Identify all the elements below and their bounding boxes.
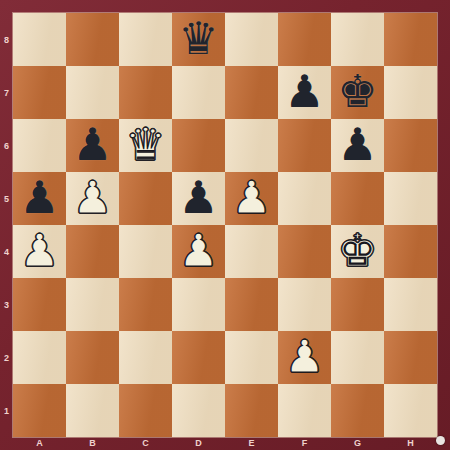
white-pawn[interactable]: ♟ (284, 334, 324, 379)
square-g4[interactable]: ♚ (331, 225, 384, 278)
square-b5[interactable]: ♟ (66, 172, 119, 225)
square-f5[interactable] (278, 172, 331, 225)
rank-label-2: 2 (0, 331, 13, 384)
square-e7[interactable] (225, 66, 278, 119)
square-g7[interactable]: ♚ (331, 66, 384, 119)
square-g2[interactable] (331, 331, 384, 384)
square-g5[interactable] (331, 172, 384, 225)
white-pawn[interactable]: ♟ (231, 175, 271, 220)
square-e8[interactable] (225, 13, 278, 66)
square-a5[interactable]: ♟ (13, 172, 66, 225)
square-e4[interactable] (225, 225, 278, 278)
square-b1[interactable] (66, 384, 119, 437)
square-b4[interactable] (66, 225, 119, 278)
white-pawn[interactable]: ♟ (72, 175, 112, 220)
square-f7[interactable]: ♟ (278, 66, 331, 119)
square-a2[interactable] (13, 331, 66, 384)
square-e3[interactable] (225, 278, 278, 331)
square-g8[interactable] (331, 13, 384, 66)
square-g6[interactable]: ♟ (331, 119, 384, 172)
square-c6[interactable]: ♛ (119, 119, 172, 172)
square-h8[interactable] (384, 13, 437, 66)
square-e1[interactable] (225, 384, 278, 437)
square-g1[interactable] (331, 384, 384, 437)
square-a7[interactable] (13, 66, 66, 119)
rank-label-3: 3 (0, 278, 13, 331)
square-g3[interactable] (331, 278, 384, 331)
square-f6[interactable] (278, 119, 331, 172)
square-a3[interactable] (13, 278, 66, 331)
file-label-h: H (384, 436, 437, 450)
file-label-g: G (331, 436, 384, 450)
file-label-e: E (225, 436, 278, 450)
white-king[interactable]: ♚ (337, 228, 377, 273)
file-labels: ABCDEFGH (13, 436, 437, 450)
chess-board: ♛♟♚♟♛♟♟♟♟♟♟♟♚♟ (13, 13, 437, 437)
square-c5[interactable] (119, 172, 172, 225)
square-f2[interactable]: ♟ (278, 331, 331, 384)
file-label-d: D (172, 436, 225, 450)
square-e2[interactable] (225, 331, 278, 384)
file-label-b: B (66, 436, 119, 450)
square-c3[interactable] (119, 278, 172, 331)
black-queen[interactable]: ♛ (178, 16, 218, 61)
square-a8[interactable] (13, 13, 66, 66)
square-d8[interactable]: ♛ (172, 13, 225, 66)
square-a6[interactable] (13, 119, 66, 172)
rank-label-8: 8 (0, 13, 13, 66)
square-b3[interactable] (66, 278, 119, 331)
square-f1[interactable] (278, 384, 331, 437)
square-d5[interactable]: ♟ (172, 172, 225, 225)
rank-label-7: 7 (0, 66, 13, 119)
black-pawn[interactable]: ♟ (284, 69, 324, 114)
square-a1[interactable] (13, 384, 66, 437)
rank-label-4: 4 (0, 225, 13, 278)
rank-label-6: 6 (0, 119, 13, 172)
square-d7[interactable] (172, 66, 225, 119)
black-pawn[interactable]: ♟ (178, 175, 218, 220)
square-h5[interactable] (384, 172, 437, 225)
black-pawn[interactable]: ♟ (19, 175, 59, 220)
square-e5[interactable]: ♟ (225, 172, 278, 225)
white-pawn[interactable]: ♟ (19, 228, 59, 273)
rank-labels: 87654321 (0, 13, 13, 437)
black-pawn[interactable]: ♟ (337, 122, 377, 167)
square-c7[interactable] (119, 66, 172, 119)
square-h6[interactable] (384, 119, 437, 172)
square-f8[interactable] (278, 13, 331, 66)
square-f4[interactable] (278, 225, 331, 278)
white-to-move-dot (436, 436, 445, 445)
square-d1[interactable] (172, 384, 225, 437)
square-c2[interactable] (119, 331, 172, 384)
chess-diagram: ♛♟♚♟♛♟♟♟♟♟♟♟♚♟ 87654321 ABCDEFGH (0, 0, 450, 450)
square-e6[interactable] (225, 119, 278, 172)
square-d6[interactable] (172, 119, 225, 172)
square-b6[interactable]: ♟ (66, 119, 119, 172)
rank-label-5: 5 (0, 172, 13, 225)
square-c4[interactable] (119, 225, 172, 278)
square-h2[interactable] (384, 331, 437, 384)
square-h7[interactable] (384, 66, 437, 119)
square-f3[interactable] (278, 278, 331, 331)
square-d3[interactable] (172, 278, 225, 331)
file-label-c: C (119, 436, 172, 450)
square-h4[interactable] (384, 225, 437, 278)
square-h1[interactable] (384, 384, 437, 437)
file-label-f: F (278, 436, 331, 450)
square-d2[interactable] (172, 331, 225, 384)
square-a4[interactable]: ♟ (13, 225, 66, 278)
square-h3[interactable] (384, 278, 437, 331)
white-pawn[interactable]: ♟ (178, 228, 218, 273)
file-label-a: A (13, 436, 66, 450)
black-pawn[interactable]: ♟ (72, 122, 112, 167)
rank-label-1: 1 (0, 384, 13, 437)
square-c8[interactable] (119, 13, 172, 66)
square-d4[interactable]: ♟ (172, 225, 225, 278)
square-b2[interactable] (66, 331, 119, 384)
black-king[interactable]: ♚ (337, 69, 377, 114)
square-c1[interactable] (119, 384, 172, 437)
square-b8[interactable] (66, 13, 119, 66)
white-queen[interactable]: ♛ (125, 122, 165, 167)
square-b7[interactable] (66, 66, 119, 119)
